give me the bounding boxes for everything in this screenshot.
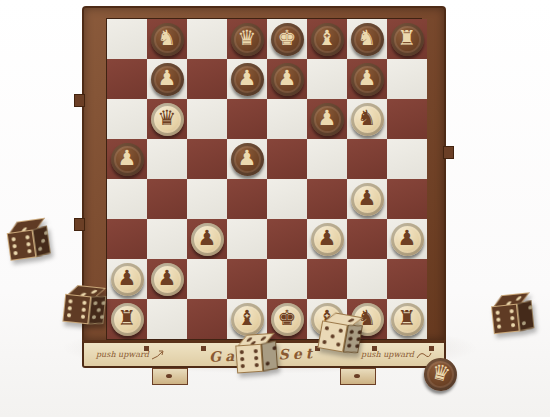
- push-upward-hint-right: push upward: [361, 350, 432, 360]
- piece-glyph: ♟: [318, 108, 337, 129]
- black-bishop-f8[interactable]: ♝: [311, 23, 344, 56]
- die-face-side: [261, 341, 278, 372]
- wooden-die-5[interactable]: [490, 292, 538, 338]
- square-g5[interactable]: [347, 139, 387, 179]
- piece-glyph: ♟: [238, 68, 257, 89]
- wooden-clasp: [443, 146, 454, 159]
- square-e3[interactable]: [267, 219, 307, 259]
- wooden-die-1[interactable]: [5, 217, 54, 265]
- square-b7[interactable]: ♟: [147, 59, 187, 99]
- wooden-die-4[interactable]: [317, 310, 368, 359]
- piece-glyph: ♟: [278, 68, 297, 89]
- square-h2[interactable]: [387, 259, 427, 299]
- piece-glyph: ♛: [429, 361, 452, 386]
- square-c6[interactable]: [187, 99, 227, 139]
- square-c2[interactable]: [187, 259, 227, 299]
- black-knight-g8[interactable]: ♞: [351, 23, 384, 56]
- board-frame: ♞♛♚♝♞♜♟♟♟♟♛♟♞♟♟♟♟♟♟♟♟♜♝♚♝♞♜: [82, 6, 446, 340]
- square-d4[interactable]: [227, 179, 267, 219]
- die-face-front: [491, 304, 520, 335]
- square-h1[interactable]: ♜: [387, 299, 427, 339]
- square-e8[interactable]: ♚: [267, 19, 307, 59]
- white-rook-a1[interactable]: ♜: [111, 303, 144, 336]
- die-face-front: [235, 344, 263, 374]
- square-d6[interactable]: [227, 99, 267, 139]
- wooden-game-box: ♞♛♚♝♞♜♟♟♟♟♛♟♞♟♟♟♟♟♟♟♟♜♝♚♝♞♜ push upward …: [82, 6, 446, 368]
- piece-glyph: ♝: [318, 28, 337, 49]
- square-e7[interactable]: ♟: [267, 59, 307, 99]
- square-b8[interactable]: ♞: [147, 19, 187, 59]
- white-pawn-b2[interactable]: ♟: [151, 263, 184, 296]
- square-a3[interactable]: [107, 219, 147, 259]
- square-h7[interactable]: [387, 59, 427, 99]
- die-face-front: [62, 294, 91, 325]
- piece-glyph: ♟: [158, 268, 177, 289]
- square-b4[interactable]: [147, 179, 187, 219]
- black-pawn-a5[interactable]: ♟: [111, 143, 144, 176]
- square-g7[interactable]: ♟: [347, 59, 387, 99]
- square-g4[interactable]: ♟: [347, 179, 387, 219]
- square-d5[interactable]: ♟: [227, 139, 267, 179]
- piece-glyph: ♟: [398, 228, 417, 249]
- white-pawn-a2[interactable]: ♟: [111, 263, 144, 296]
- square-f4[interactable]: [307, 179, 347, 219]
- wooden-clasp: [74, 218, 85, 231]
- square-d7[interactable]: ♟: [227, 59, 267, 99]
- square-f6[interactable]: ♟: [307, 99, 347, 139]
- piece-glyph: ♜: [118, 308, 137, 329]
- black-pawn-f6[interactable]: ♟: [311, 103, 344, 136]
- white-rook-h1[interactable]: ♜: [391, 303, 424, 336]
- square-d3[interactable]: [227, 219, 267, 259]
- wooden-die-2[interactable]: [62, 284, 110, 330]
- square-a1[interactable]: ♜: [107, 299, 147, 339]
- white-pawn-g4[interactable]: ♟: [351, 183, 384, 216]
- square-f5[interactable]: [307, 139, 347, 179]
- black-knight-b8[interactable]: ♞: [151, 23, 184, 56]
- white-pawn-c3[interactable]: ♟: [191, 223, 224, 256]
- piece-glyph: ♛: [238, 28, 257, 49]
- square-b5[interactable]: [147, 139, 187, 179]
- piece-glyph: ♟: [318, 228, 337, 249]
- square-f8[interactable]: ♝: [307, 19, 347, 59]
- square-g3[interactable]: [347, 219, 387, 259]
- black-rook-h8[interactable]: ♜: [391, 23, 424, 56]
- chess-board: ♞♛♚♝♞♜♟♟♟♟♛♟♞♟♟♟♟♟♟♟♟♜♝♚♝♞♜: [106, 18, 422, 340]
- square-a4[interactable]: [107, 179, 147, 219]
- push-upward-hint-left-text: push upward: [96, 350, 149, 359]
- piece-glyph: ♟: [198, 228, 217, 249]
- white-bishop-d1[interactable]: ♝: [231, 303, 264, 336]
- white-king-e1[interactable]: ♚: [271, 303, 304, 336]
- square-c1[interactable]: [187, 299, 227, 339]
- push-upward-hint-right-text: push upward: [361, 350, 414, 359]
- square-g2[interactable]: [347, 259, 387, 299]
- wooden-clasp: [74, 94, 85, 107]
- black-queen-captured[interactable]: ♛: [420, 354, 460, 394]
- square-d2[interactable]: [227, 259, 267, 299]
- square-b3[interactable]: [147, 219, 187, 259]
- square-g6[interactable]: ♞: [347, 99, 387, 139]
- square-c7[interactable]: [187, 59, 227, 99]
- piece-glyph: ♟: [238, 148, 257, 169]
- captured-piece-area: ♛: [420, 354, 460, 394]
- square-h8[interactable]: ♜: [387, 19, 427, 59]
- square-c3[interactable]: ♟: [187, 219, 227, 259]
- square-e6[interactable]: [267, 99, 307, 139]
- square-b2[interactable]: ♟: [147, 259, 187, 299]
- square-b1[interactable]: [147, 299, 187, 339]
- square-h6[interactable]: [387, 99, 427, 139]
- piece-glyph: ♞: [358, 28, 377, 49]
- wooden-die-3[interactable]: [235, 333, 282, 378]
- square-b6[interactable]: ♛: [147, 99, 187, 139]
- black-pawn-e7[interactable]: ♟: [271, 63, 304, 96]
- square-e2[interactable]: [267, 259, 307, 299]
- piece-glyph: ♜: [398, 28, 417, 49]
- piece-glyph: ♟: [358, 68, 377, 89]
- black-queen-d8[interactable]: ♛: [231, 23, 264, 56]
- die-face-side: [32, 225, 50, 257]
- square-f2[interactable]: [307, 259, 347, 299]
- die-face-side: [517, 300, 535, 332]
- piece-glyph: ♟: [118, 148, 137, 169]
- piece-glyph: ♚: [278, 28, 297, 49]
- square-h4[interactable]: [387, 179, 427, 219]
- box-foot-right: [340, 368, 376, 385]
- piece-glyph: ♜: [398, 308, 417, 329]
- square-h3[interactable]: ♟: [387, 219, 427, 259]
- square-c8[interactable]: [187, 19, 227, 59]
- square-f7[interactable]: [307, 59, 347, 99]
- curved-arrow-icon: [151, 350, 165, 360]
- square-a2[interactable]: ♟: [107, 259, 147, 299]
- push-upward-hint-left: push upward: [96, 350, 165, 360]
- black-pawn-g7[interactable]: ♟: [351, 63, 384, 96]
- square-a7[interactable]: [107, 59, 147, 99]
- scene: ♞♛♚♝♞♜♟♟♟♟♛♟♞♟♟♟♟♟♟♟♟♜♝♚♝♞♜ push upward …: [0, 0, 550, 417]
- black-pawn-b7[interactable]: ♟: [151, 63, 184, 96]
- black-pawn-d5[interactable]: ♟: [231, 143, 264, 176]
- white-queen-b6[interactable]: ♛: [151, 103, 184, 136]
- square-e4[interactable]: [267, 179, 307, 219]
- black-pawn-d7[interactable]: ♟: [231, 63, 264, 96]
- white-knight-g6[interactable]: ♞: [351, 103, 384, 136]
- piece-glyph: ♚: [278, 308, 297, 329]
- piece-glyph: ♟: [358, 188, 377, 209]
- piece-glyph: ♟: [118, 268, 137, 289]
- square-g8[interactable]: ♞: [347, 19, 387, 59]
- square-h5[interactable]: [387, 139, 427, 179]
- square-a6[interactable]: [107, 99, 147, 139]
- square-a8[interactable]: [107, 19, 147, 59]
- square-e5[interactable]: [267, 139, 307, 179]
- die-face-front: [7, 230, 37, 261]
- piece-glyph: ♝: [238, 308, 257, 329]
- box-foot-left: [152, 368, 188, 385]
- piece-glyph: ♞: [358, 108, 377, 129]
- square-f3[interactable]: ♟: [307, 219, 347, 259]
- black-king-e8[interactable]: ♚: [271, 23, 304, 56]
- square-c4[interactable]: [187, 179, 227, 219]
- piece-glyph: ♛: [158, 108, 177, 129]
- piece-glyph: ♟: [158, 68, 177, 89]
- square-a5[interactable]: ♟: [107, 139, 147, 179]
- square-d8[interactable]: ♛: [227, 19, 267, 59]
- piece-glyph: ♞: [158, 28, 177, 49]
- white-pawn-h3[interactable]: ♟: [391, 223, 424, 256]
- square-c5[interactable]: [187, 139, 227, 179]
- die-face-side: [88, 296, 106, 324]
- white-pawn-f3[interactable]: ♟: [311, 223, 344, 256]
- die-face-side: [343, 325, 363, 353]
